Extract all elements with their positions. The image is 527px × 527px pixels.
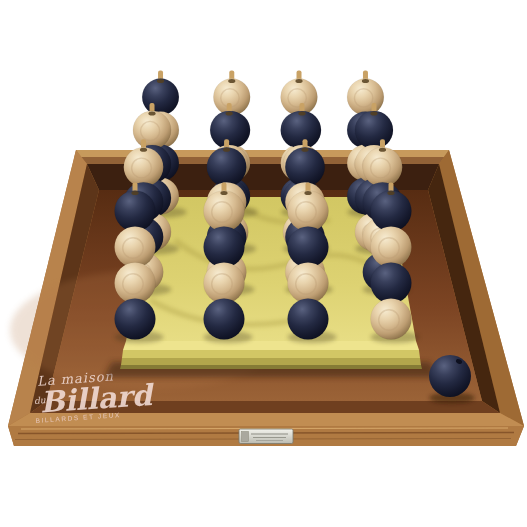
peg-hole — [387, 191, 394, 195]
ball-wood[interactable] — [213, 79, 250, 116]
score-four-board: La maison du Billard BILLARDS ET JEUX — [0, 0, 527, 527]
ball-dark[interactable] — [371, 263, 412, 304]
peg-hole — [148, 111, 155, 115]
ball-wood[interactable] — [115, 263, 156, 304]
plate-molding-mid — [122, 350, 420, 358]
ball-wood[interactable] — [133, 111, 171, 149]
ball-dark[interactable] — [142, 79, 179, 116]
ball-dark[interactable] — [429, 355, 471, 397]
ball-dark[interactable] — [115, 299, 156, 340]
ball-dark[interactable] — [210, 111, 248, 149]
metal-plaque — [239, 429, 293, 444]
ball-dark[interactable] — [207, 147, 247, 187]
ball-dark[interactable] — [204, 227, 245, 268]
ball-dark[interactable] — [283, 111, 321, 149]
ball-wood[interactable] — [371, 299, 412, 340]
peg-hole — [220, 191, 227, 195]
peg-hole — [140, 148, 147, 152]
ball-wood[interactable] — [371, 227, 412, 268]
plaque-emblem — [242, 432, 249, 442]
ball-wood[interactable] — [124, 147, 164, 187]
peg-hole — [301, 148, 308, 152]
peg-hole — [304, 191, 311, 195]
peg-hole — [370, 111, 377, 115]
product-photo: La maison du Billard BILLARDS ET JEUX — [0, 0, 527, 527]
peg-hole — [226, 111, 233, 115]
peg-hole — [223, 148, 230, 152]
peg-hole — [131, 191, 138, 195]
peg-hole — [228, 79, 235, 83]
peg-hole — [157, 79, 164, 83]
plate-molding-shadow — [120, 365, 422, 369]
ball-dark[interactable] — [355, 111, 393, 149]
peg-hole — [298, 111, 305, 115]
ball-dark[interactable] — [288, 227, 329, 268]
ball-wood[interactable] — [288, 263, 329, 304]
ball-dark[interactable] — [204, 299, 245, 340]
ball-wood[interactable] — [347, 79, 384, 116]
ball-dark[interactable] — [285, 147, 325, 187]
peg-hole — [295, 79, 302, 83]
ball-dark[interactable] — [371, 191, 412, 232]
ball-wood[interactable] — [204, 191, 245, 232]
ball-wood[interactable] — [363, 147, 403, 187]
ball-dark[interactable] — [288, 299, 329, 340]
ball-wood[interactable] — [204, 263, 245, 304]
plate-molding-low — [121, 358, 421, 365]
ball-wood[interactable] — [288, 191, 329, 232]
ball-dark[interactable] — [115, 191, 156, 232]
plate-molding-highlight — [123, 341, 419, 350]
ball-wood[interactable] — [281, 79, 318, 116]
peg-hole — [362, 79, 369, 83]
ball-wood[interactable] — [115, 227, 156, 268]
peg-hole — [379, 148, 386, 152]
